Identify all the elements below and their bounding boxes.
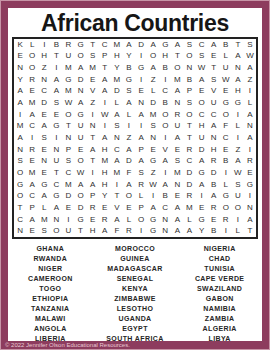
grid-cell[interactable]: I [196, 190, 208, 202]
grid-cell[interactable]: Z [232, 144, 244, 156]
grid-cell[interactable]: I [87, 167, 99, 179]
grid-cell[interactable]: A [87, 179, 99, 191]
grid-cell[interactable]: M [111, 39, 123, 51]
grid-cell[interactable]: A [75, 179, 87, 191]
grid-cell[interactable]: C [111, 144, 123, 156]
grid-cell[interactable]: L [183, 214, 195, 226]
grid-cell[interactable]: C [196, 39, 208, 51]
grid-cell[interactable]: D [196, 144, 208, 156]
grid-cell[interactable]: T [208, 62, 220, 74]
grid-cell[interactable]: I [111, 179, 123, 191]
grid-cell[interactable]: I [159, 167, 171, 179]
grid-cell[interactable]: Y [14, 74, 26, 86]
grid-cell[interactable]: P [26, 202, 38, 214]
grid-cell[interactable]: N [135, 97, 147, 109]
grid-cell[interactable]: E [87, 214, 99, 226]
grid-cell[interactable]: R [135, 179, 147, 191]
grid-cell[interactable]: P [183, 86, 195, 98]
grid-cell[interactable]: F [123, 167, 135, 179]
grid-cell[interactable]: E [87, 74, 99, 86]
grid-cell[interactable]: A [123, 97, 135, 109]
grid-cell[interactable]: A [244, 132, 256, 144]
grid-cell[interactable]: S [38, 132, 50, 144]
grid-cell[interactable]: I [135, 121, 147, 133]
grid-cell[interactable]: E [147, 144, 159, 156]
grid-cell[interactable]: Y [196, 225, 208, 237]
grid-cell[interactable]: T [50, 51, 62, 63]
grid-cell[interactable]: I [50, 132, 62, 144]
grid-cell[interactable]: Y [123, 51, 135, 63]
grid-cell[interactable]: S [50, 97, 62, 109]
grid-cell[interactable]: E [196, 86, 208, 98]
grid-cell[interactable]: N [244, 121, 256, 133]
grid-cell[interactable]: Z [38, 62, 50, 74]
grid-cell[interactable]: A [123, 39, 135, 51]
grid-cell[interactable]: A [123, 179, 135, 191]
grid-cell[interactable]: C [183, 155, 195, 167]
grid-cell[interactable]: S [196, 51, 208, 63]
grid-cell[interactable]: P [87, 190, 99, 202]
grid-cell[interactable]: N [159, 214, 171, 226]
grid-cell[interactable]: A [111, 214, 123, 226]
grid-cell[interactable]: N [87, 121, 99, 133]
grid-cell[interactable]: S [147, 121, 159, 133]
grid-cell[interactable]: S [232, 179, 244, 191]
grid-cell[interactable]: G [50, 190, 62, 202]
grid-cell[interactable]: H [208, 144, 220, 156]
grid-cell[interactable]: I [50, 62, 62, 74]
grid-cell[interactable]: O [159, 121, 171, 133]
grid-cell[interactable]: H [99, 167, 111, 179]
grid-cell[interactable]: I [135, 74, 147, 86]
grid-cell[interactable]: C [159, 202, 171, 214]
grid-cell[interactable]: W [244, 51, 256, 63]
grid-cell[interactable]: L [220, 179, 232, 191]
grid-cell[interactable]: G [62, 74, 74, 86]
grid-cell[interactable]: N [111, 132, 123, 144]
grid-cell[interactable]: N [244, 202, 256, 214]
grid-cell[interactable]: E [135, 86, 147, 98]
grid-cell[interactable]: T [183, 121, 195, 133]
grid-cell[interactable]: C [208, 109, 220, 121]
grid-cell[interactable]: I [38, 39, 50, 51]
grid-cell[interactable]: A [50, 86, 62, 98]
grid-cell[interactable]: I [26, 132, 38, 144]
grid-cell[interactable]: A [208, 190, 220, 202]
grid-cell[interactable]: A [99, 132, 111, 144]
grid-cell[interactable]: C [99, 39, 111, 51]
grid-cell[interactable]: M [111, 74, 123, 86]
grid-cell[interactable]: H [196, 121, 208, 133]
grid-cell[interactable]: D [183, 179, 195, 191]
grid-cell[interactable]: C [26, 121, 38, 133]
grid-cell[interactable]: K [14, 39, 26, 51]
grid-cell[interactable]: E [208, 214, 220, 226]
grid-cell[interactable]: V [111, 202, 123, 214]
grid-cell[interactable]: O [14, 167, 26, 179]
grid-cell[interactable]: O [26, 51, 38, 63]
grid-cell[interactable]: L [26, 39, 38, 51]
grid-cell[interactable]: A [38, 121, 50, 133]
grid-cell[interactable]: G [75, 109, 87, 121]
grid-cell[interactable]: I [159, 74, 171, 86]
grid-cell[interactable]: E [38, 109, 50, 121]
grid-cell[interactable]: N [183, 62, 195, 74]
grid-cell[interactable]: B [50, 39, 62, 51]
grid-cell[interactable]: U [171, 121, 183, 133]
grid-cell[interactable]: M [26, 167, 38, 179]
grid-cell[interactable]: L [232, 225, 244, 237]
grid-cell[interactable]: V [159, 144, 171, 156]
grid-cell[interactable]: A [244, 109, 256, 121]
grid-cell[interactable]: R [26, 74, 38, 86]
grid-cell[interactable]: S [62, 155, 74, 167]
grid-cell[interactable]: I [147, 190, 159, 202]
grid-cell[interactable]: E [62, 202, 74, 214]
grid-cell[interactable]: Z [147, 167, 159, 179]
grid-cell[interactable]: N [50, 214, 62, 226]
grid-cell[interactable]: N [171, 179, 183, 191]
grid-cell[interactable]: B [220, 39, 232, 51]
grid-cell[interactable]: Z [244, 74, 256, 86]
grid-cell[interactable]: O [232, 202, 244, 214]
grid-cell[interactable]: O [75, 51, 87, 63]
grid-cell[interactable]: S [244, 39, 256, 51]
grid-cell[interactable]: N [50, 144, 62, 156]
grid-cell[interactable]: P [135, 144, 147, 156]
grid-cell[interactable]: A [111, 155, 123, 167]
grid-cell[interactable]: N [38, 74, 50, 86]
grid-cell[interactable]: N [62, 132, 74, 144]
grid-cell[interactable]: W [232, 167, 244, 179]
grid-cell[interactable]: G [159, 39, 171, 51]
grid-cell[interactable]: Y [111, 62, 123, 74]
grid-cell[interactable]: Z [147, 74, 159, 86]
grid-cell[interactable]: G [196, 167, 208, 179]
grid-cell[interactable]: G [220, 97, 232, 109]
grid-cell[interactable]: N [14, 144, 26, 156]
grid-cell[interactable]: C [50, 179, 62, 191]
grid-cell[interactable]: C [196, 109, 208, 121]
grid-cell[interactable]: H [99, 144, 111, 156]
grid-cell[interactable]: A [99, 86, 111, 98]
grid-cell[interactable]: A [26, 109, 38, 121]
grid-cell[interactable]: A [208, 121, 220, 133]
grid-cell[interactable]: Y [99, 190, 111, 202]
grid-cell[interactable]: O [75, 155, 87, 167]
grid-cell[interactable]: G [38, 179, 50, 191]
grid-cell[interactable]: H [38, 51, 50, 63]
grid-cell[interactable]: S [171, 155, 183, 167]
grid-cell[interactable]: V [208, 86, 220, 98]
grid-cell[interactable]: M [111, 167, 123, 179]
grid-cell[interactable]: E [75, 144, 87, 156]
grid-cell[interactable]: N [232, 62, 244, 74]
grid-cell[interactable]: L [135, 190, 147, 202]
grid-cell[interactable]: G [123, 74, 135, 86]
grid-cell[interactable]: U [220, 62, 232, 74]
grid-cell[interactable]: R [208, 155, 220, 167]
grid-cell[interactable]: N [208, 132, 220, 144]
grid-cell[interactable]: A [14, 132, 26, 144]
grid-cell[interactable]: W [196, 62, 208, 74]
grid-cell[interactable]: R [220, 214, 232, 226]
grid-cell[interactable]: R [183, 144, 195, 156]
grid-cell[interactable]: R [244, 155, 256, 167]
grid-cell[interactable]: D [111, 86, 123, 98]
grid-cell[interactable]: B [123, 62, 135, 74]
grid-cell[interactable]: S [183, 97, 195, 109]
grid-cell[interactable]: R [26, 144, 38, 156]
grid-cell[interactable]: O [183, 109, 195, 121]
grid-cell[interactable]: G [147, 214, 159, 226]
grid-cell[interactable]: A [14, 97, 26, 109]
grid-cell[interactable]: M [99, 155, 111, 167]
grid-cell[interactable]: A [208, 39, 220, 51]
grid-cell[interactable]: C [14, 214, 26, 226]
grid-cell[interactable]: I [232, 132, 244, 144]
grid-cell[interactable]: W [147, 179, 159, 191]
grid-cell[interactable]: I [123, 121, 135, 133]
grid-cell[interactable]: A [147, 62, 159, 74]
grid-cell[interactable]: A [171, 225, 183, 237]
grid-cell[interactable]: A [99, 74, 111, 86]
grid-cell[interactable]: A [26, 214, 38, 226]
grid-cell[interactable]: P [135, 202, 147, 214]
grid-cell[interactable]: O [123, 190, 135, 202]
grid-cell[interactable]: E [38, 144, 50, 156]
grid-cell[interactable]: W [220, 74, 232, 86]
grid-cell[interactable]: U [62, 225, 74, 237]
grid-cell[interactable]: A [159, 155, 171, 167]
grid-cell[interactable]: I [244, 144, 256, 156]
grid-cell[interactable]: S [183, 39, 195, 51]
grid-cell[interactable]: W [99, 109, 111, 121]
grid-cell[interactable]: G [14, 179, 26, 191]
grid-cell[interactable]: E [220, 144, 232, 156]
grid-cell[interactable]: A [171, 202, 183, 214]
grid-cell[interactable]: I [220, 225, 232, 237]
grid-cell[interactable]: E [123, 202, 135, 214]
grid-cell[interactable]: G [135, 62, 147, 74]
grid-cell[interactable]: C [26, 190, 38, 202]
grid-cell[interactable]: I [62, 214, 74, 226]
grid-cell[interactable]: L [147, 86, 159, 98]
grid-cell[interactable]: I [232, 214, 244, 226]
grid-cell[interactable]: M [147, 109, 159, 121]
grid-cell[interactable]: B [208, 225, 220, 237]
grid-cell[interactable]: U [75, 132, 87, 144]
grid-cell[interactable]: N [38, 155, 50, 167]
grid-cell[interactable]: N [14, 62, 26, 74]
grid-cell[interactable]: A [159, 179, 171, 191]
grid-cell[interactable]: H [159, 51, 171, 63]
grid-cell[interactable]: T [75, 225, 87, 237]
grid-cell[interactable]: G [75, 214, 87, 226]
grid-cell[interactable]: A [244, 62, 256, 74]
grid-cell[interactable]: N [147, 132, 159, 144]
grid-cell[interactable]: T [62, 121, 74, 133]
grid-cell[interactable]: M [87, 62, 99, 74]
grid-cell[interactable]: O [75, 190, 87, 202]
grid-cell[interactable]: N [75, 86, 87, 98]
grid-cell[interactable]: G [50, 121, 62, 133]
grid-cell[interactable]: A [99, 225, 111, 237]
grid-cell[interactable]: I [244, 190, 256, 202]
grid-cell[interactable]: O [14, 190, 26, 202]
grid-cell[interactable]: P [99, 51, 111, 63]
grid-cell[interactable]: M [62, 62, 74, 74]
grid-cell[interactable]: U [62, 51, 74, 63]
grid-cell[interactable]: T [14, 202, 26, 214]
grid-cell[interactable]: O [147, 51, 159, 63]
grid-cell[interactable]: W [75, 167, 87, 179]
grid-cell[interactable]: C [159, 86, 171, 98]
grid-cell[interactable]: Z [123, 132, 135, 144]
grid-cell[interactable]: B [208, 179, 220, 191]
grid-cell[interactable]: R [123, 225, 135, 237]
grid-cell[interactable]: I [220, 167, 232, 179]
grid-cell[interactable]: E [171, 190, 183, 202]
grid-cell[interactable]: L [232, 121, 244, 133]
grid-cell[interactable]: O [171, 62, 183, 74]
grid-cell[interactable]: F [111, 225, 123, 237]
grid-cell[interactable]: U [75, 121, 87, 133]
grid-cell[interactable]: R [62, 39, 74, 51]
grid-cell[interactable]: R [99, 214, 111, 226]
grid-cell[interactable]: A [147, 39, 159, 51]
grid-cell[interactable]: A [196, 155, 208, 167]
grid-cell[interactable]: O [196, 97, 208, 109]
grid-cell[interactable]: S [135, 167, 147, 179]
grid-cell[interactable]: A [232, 74, 244, 86]
grid-cell[interactable]: E [14, 51, 26, 63]
grid-cell[interactable]: U [50, 155, 62, 167]
grid-cell[interactable]: U [232, 190, 244, 202]
grid-cell[interactable]: M [171, 74, 183, 86]
grid-cell[interactable]: N [171, 97, 183, 109]
grid-cell[interactable]: A [171, 214, 183, 226]
grid-cell[interactable]: S [87, 51, 99, 63]
grid-cell[interactable]: D [208, 167, 220, 179]
grid-cell[interactable]: A [87, 144, 99, 156]
grid-cell[interactable]: S [208, 74, 220, 86]
grid-cell[interactable]: T [232, 39, 244, 51]
grid-cell[interactable]: H [111, 51, 123, 63]
grid-cell[interactable]: G [147, 155, 159, 167]
grid-cell[interactable]: O [159, 109, 171, 121]
grid-cell[interactable]: G [147, 225, 159, 237]
grid-cell[interactable]: G [220, 190, 232, 202]
grid-cell[interactable]: I [159, 132, 171, 144]
grid-cell[interactable]: A [147, 202, 159, 214]
grid-cell[interactable]: A [38, 190, 50, 202]
grid-cell[interactable]: O [62, 109, 74, 121]
grid-cell[interactable]: A [183, 225, 195, 237]
grid-cell[interactable]: D [135, 39, 147, 51]
grid-cell[interactable]: C [62, 167, 74, 179]
grid-cell[interactable]: M [171, 167, 183, 179]
grid-cell[interactable]: A [50, 202, 62, 214]
grid-cell[interactable]: T [87, 132, 99, 144]
grid-cell[interactable]: N [14, 225, 26, 237]
grid-cell[interactable]: O [135, 214, 147, 226]
grid-cell[interactable]: A [75, 62, 87, 74]
grid-cell[interactable]: R [183, 190, 195, 202]
grid-cell[interactable]: A [75, 97, 87, 109]
grid-cell[interactable]: A [232, 51, 244, 63]
grid-cell[interactable]: G [244, 179, 256, 191]
grid-cell[interactable]: R [171, 109, 183, 121]
grid-cell[interactable]: I [14, 109, 26, 121]
grid-cell[interactable]: M [62, 179, 74, 191]
grid-cell[interactable]: H [87, 225, 99, 237]
grid-cell[interactable]: T [244, 225, 256, 237]
grid-cell[interactable]: M [38, 214, 50, 226]
grid-cell[interactable]: A [232, 155, 244, 167]
grid-cell[interactable]: I [99, 97, 111, 109]
grid-cell[interactable]: D [183, 167, 195, 179]
grid-cell[interactable]: I [87, 109, 99, 121]
grid-cell[interactable]: A [244, 214, 256, 226]
grid-cell[interactable]: B [159, 62, 171, 74]
grid-cell[interactable]: E [196, 202, 208, 214]
grid-cell[interactable]: A [171, 39, 183, 51]
grid-cell[interactable]: A [196, 179, 208, 191]
grid-cell[interactable]: U [208, 97, 220, 109]
grid-cell[interactable]: E [244, 167, 256, 179]
grid-cell[interactable]: M [183, 202, 195, 214]
grid-cell[interactable]: D [147, 97, 159, 109]
grid-cell[interactable]: A [196, 74, 208, 86]
grid-cell[interactable]: E [220, 86, 232, 98]
grid-cell[interactable]: A [135, 155, 147, 167]
grid-cell[interactable]: A [14, 86, 26, 98]
grid-cell[interactable]: B [220, 155, 232, 167]
grid-cell[interactable]: O [26, 62, 38, 74]
grid-cell[interactable]: W [62, 97, 74, 109]
grid-cell[interactable]: E [38, 167, 50, 179]
grid-cell[interactable]: M [26, 97, 38, 109]
grid-cell[interactable]: I [135, 51, 147, 63]
grid-cell[interactable]: V [87, 86, 99, 98]
grid-cell[interactable]: A [50, 74, 62, 86]
grid-cell[interactable]: A [135, 132, 147, 144]
grid-cell[interactable]: I [232, 109, 244, 121]
grid-cell[interactable]: L [244, 97, 256, 109]
grid-cell[interactable]: T [111, 190, 123, 202]
grid-cell[interactable]: L [123, 214, 135, 226]
grid-cell[interactable]: G [196, 214, 208, 226]
grid-cell[interactable]: B [159, 97, 171, 109]
grid-cell[interactable]: B [159, 190, 171, 202]
grid-cell[interactable]: Z [87, 97, 99, 109]
grid-cell[interactable]: A [171, 86, 183, 98]
grid-cell[interactable]: M [62, 86, 74, 98]
grid-cell[interactable]: A [123, 144, 135, 156]
grid-cell[interactable]: L [123, 109, 135, 121]
grid-cell[interactable]: T [50, 167, 62, 179]
grid-cell[interactable]: D [38, 97, 50, 109]
grid-cell[interactable]: E [208, 51, 220, 63]
grid-cell[interactable]: L [38, 202, 50, 214]
grid-cell[interactable]: T [171, 51, 183, 63]
grid-cell[interactable]: E [26, 225, 38, 237]
grid-cell[interactable]: A [26, 179, 38, 191]
grid-cell[interactable]: I [99, 121, 111, 133]
grid-cell[interactable]: G [232, 97, 244, 109]
grid-cell[interactable]: H [232, 86, 244, 98]
